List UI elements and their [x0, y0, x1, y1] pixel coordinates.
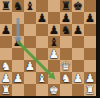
square-a6[interactable]: ♟	[0, 24, 12, 36]
square-h8[interactable]	[84, 0, 96, 12]
square-d3[interactable]	[36, 60, 48, 72]
square-g3[interactable]	[72, 60, 84, 72]
square-h6[interactable]	[84, 24, 96, 36]
square-h7[interactable]: ♟	[84, 12, 96, 24]
square-e5[interactable]: ♝	[48, 36, 60, 48]
square-h1[interactable]: ♜	[84, 84, 96, 96]
square-f2[interactable]: ♞	[60, 72, 72, 84]
chess-app-frame: ♜♞♝♜♚♟♟♟♟♟♞♟♟♝♟♞♟♛♟♟♝♞♟♟♜♚♜	[0, 0, 100, 98]
piece-black-king-g8[interactable]: ♚	[73, 0, 83, 12]
square-f1[interactable]	[60, 84, 72, 96]
square-g5[interactable]	[72, 36, 84, 48]
square-a8[interactable]: ♜	[0, 0, 12, 12]
piece-black-pawn-b5[interactable]: ♟	[13, 36, 23, 48]
piece-white-king-e1[interactable]: ♚	[49, 84, 59, 96]
square-e6[interactable]: ♟	[48, 24, 60, 36]
square-b6[interactable]	[12, 24, 24, 36]
square-e4[interactable]: ♟	[48, 48, 60, 60]
piece-white-pawn-e4[interactable]: ♟	[49, 48, 59, 60]
square-a4[interactable]	[0, 48, 12, 60]
square-e1[interactable]: ♚	[48, 84, 60, 96]
piece-black-rook-f8[interactable]: ♜	[61, 0, 71, 12]
square-h4[interactable]	[84, 48, 96, 60]
piece-white-rook-a1[interactable]: ♜	[1, 84, 11, 96]
square-b8[interactable]: ♞	[12, 0, 24, 12]
square-h2[interactable]: ♟	[84, 72, 96, 84]
square-d6[interactable]	[36, 24, 48, 36]
piece-white-bishop-d2[interactable]: ♝	[37, 72, 47, 84]
square-c8[interactable]: ♝	[24, 0, 36, 12]
square-b5[interactable]: ♟	[12, 36, 24, 48]
square-g2[interactable]: ♟	[72, 72, 84, 84]
piece-black-pawn-e6[interactable]: ♟	[49, 24, 59, 36]
piece-white-rook-h1[interactable]: ♜	[85, 84, 95, 96]
square-a5[interactable]	[0, 36, 12, 48]
square-b7[interactable]	[12, 12, 24, 24]
square-e7[interactable]	[48, 12, 60, 24]
square-d8[interactable]	[36, 0, 48, 12]
piece-white-pawn-h2[interactable]: ♟	[85, 72, 95, 84]
piece-white-pawn-g2[interactable]: ♟	[73, 72, 83, 84]
square-d4[interactable]	[36, 48, 48, 60]
piece-black-knight-f6[interactable]: ♞	[61, 24, 71, 36]
square-c4[interactable]	[24, 48, 36, 60]
piece-black-bishop-e5[interactable]: ♝	[49, 36, 59, 48]
square-d1[interactable]	[36, 84, 48, 96]
square-g1[interactable]	[72, 84, 84, 96]
square-g6[interactable]: ♟	[72, 24, 84, 36]
square-e8[interactable]	[48, 0, 60, 12]
square-c6[interactable]	[24, 24, 36, 36]
square-b4[interactable]	[12, 48, 24, 60]
square-h5[interactable]	[84, 36, 96, 48]
piece-white-knight-f2[interactable]: ♞	[61, 72, 71, 84]
square-c7[interactable]	[24, 12, 36, 24]
square-f8[interactable]: ♜	[60, 0, 72, 12]
square-e2[interactable]	[48, 72, 60, 84]
square-f5[interactable]	[60, 36, 72, 48]
square-g8[interactable]: ♚	[72, 0, 84, 12]
square-a2[interactable]: ♟	[0, 72, 12, 84]
square-a1[interactable]: ♜	[0, 84, 12, 96]
piece-black-pawn-g6[interactable]: ♟	[73, 24, 83, 36]
piece-black-pawn-h7[interactable]: ♟	[85, 12, 95, 24]
piece-white-pawn-b2[interactable]: ♟	[13, 72, 23, 84]
square-d7[interactable]: ♟	[36, 12, 48, 24]
square-a7[interactable]	[0, 12, 12, 24]
square-c3[interactable]: ♟	[24, 60, 36, 72]
square-f7[interactable]: ♟	[60, 12, 72, 24]
piece-white-pawn-a2[interactable]: ♟	[1, 72, 11, 84]
square-b1[interactable]	[12, 84, 24, 96]
square-b3[interactable]	[12, 60, 24, 72]
square-g7[interactable]	[72, 12, 84, 24]
square-d2[interactable]: ♝	[36, 72, 48, 84]
piece-white-queen-f3[interactable]: ♛	[61, 60, 71, 72]
square-d5[interactable]	[36, 36, 48, 48]
square-c1[interactable]	[24, 84, 36, 96]
piece-black-knight-b8[interactable]: ♞	[13, 0, 23, 12]
piece-black-pawn-a6[interactable]: ♟	[1, 24, 11, 36]
square-f4[interactable]	[60, 48, 72, 60]
piece-black-bishop-c8[interactable]: ♝	[25, 0, 35, 12]
square-f6[interactable]: ♞	[60, 24, 72, 36]
piece-black-pawn-f7[interactable]: ♟	[61, 12, 71, 24]
square-g4[interactable]	[72, 48, 84, 60]
square-b2[interactable]: ♟	[12, 72, 24, 84]
square-e3[interactable]	[48, 60, 60, 72]
square-c5[interactable]	[24, 36, 36, 48]
chess-board: ♜♞♝♜♚♟♟♟♟♟♞♟♟♝♟♞♟♛♟♟♝♞♟♟♜♚♜	[0, 0, 96, 96]
piece-white-knight-a3[interactable]: ♞	[1, 60, 11, 72]
square-c2[interactable]	[24, 72, 36, 84]
piece-black-rook-a8[interactable]: ♜	[1, 0, 11, 12]
square-a3[interactable]: ♞	[0, 60, 12, 72]
piece-white-pawn-c3[interactable]: ♟	[25, 60, 35, 72]
square-f3[interactable]: ♛	[60, 60, 72, 72]
square-h3[interactable]	[84, 60, 96, 72]
piece-black-pawn-d7[interactable]: ♟	[37, 12, 47, 24]
